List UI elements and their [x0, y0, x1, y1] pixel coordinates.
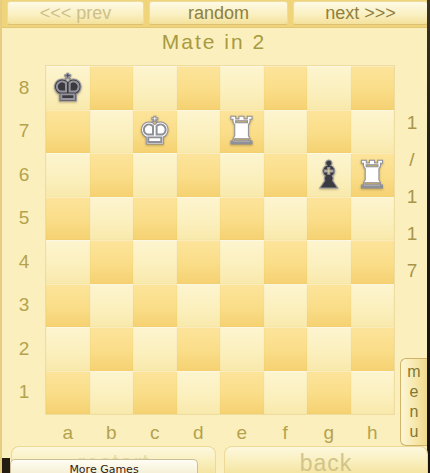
rank-label-1: 1: [2, 371, 46, 415]
square-d6[interactable]: [177, 153, 221, 197]
rank-labels: 87654321: [2, 66, 46, 414]
square-c3[interactable]: [133, 284, 177, 328]
square-e2[interactable]: [220, 327, 264, 371]
white-king-piece[interactable]: ♚: [138, 112, 172, 150]
top-nav-bar: <<< prev random next >>>: [2, 0, 428, 28]
prev-button[interactable]: <<< prev: [7, 1, 144, 25]
back-button[interactable]: back: [224, 446, 428, 473]
square-h3[interactable]: [351, 284, 395, 328]
puzzle-counter-char-1: /: [395, 141, 429, 178]
square-b1[interactable]: [90, 371, 134, 415]
square-f1[interactable]: [264, 371, 308, 415]
random-button[interactable]: random: [149, 1, 288, 25]
rank-label-5: 5: [2, 197, 46, 241]
square-d2[interactable]: [177, 327, 221, 371]
square-e7[interactable]: ♜: [220, 110, 264, 154]
square-g3[interactable]: [307, 284, 351, 328]
more-games-banner[interactable]: More Games: [10, 459, 198, 473]
black-bishop-piece[interactable]: ♝: [312, 156, 346, 194]
square-g5[interactable]: [307, 197, 351, 241]
rank-label-8: 8: [2, 66, 46, 110]
square-a7[interactable]: [46, 110, 90, 154]
file-label-a: a: [46, 414, 90, 445]
square-c4[interactable]: [133, 240, 177, 284]
square-f7[interactable]: [264, 110, 308, 154]
square-a4[interactable]: [46, 240, 90, 284]
square-d7[interactable]: [177, 110, 221, 154]
rank-label-2: 2: [2, 327, 46, 371]
chess-puzzle-app: <<< prev random next >>> Mate in 2 87654…: [0, 0, 430, 473]
square-h1[interactable]: [351, 371, 395, 415]
square-c8[interactable]: [133, 66, 177, 110]
square-a1[interactable]: [46, 371, 90, 415]
puzzle-counter-char-4: 7: [395, 252, 429, 289]
square-e3[interactable]: [220, 284, 264, 328]
square-f6[interactable]: [264, 153, 308, 197]
square-e6[interactable]: [220, 153, 264, 197]
file-label-g: g: [307, 414, 351, 445]
square-h4[interactable]: [351, 240, 395, 284]
file-labels: abcdefgh: [46, 414, 394, 445]
square-f5[interactable]: [264, 197, 308, 241]
square-b6[interactable]: [90, 153, 134, 197]
square-d8[interactable]: [177, 66, 221, 110]
square-b2[interactable]: [90, 327, 134, 371]
square-b5[interactable]: [90, 197, 134, 241]
file-label-h: h: [351, 414, 395, 445]
square-e1[interactable]: [220, 371, 264, 415]
square-g4[interactable]: [307, 240, 351, 284]
square-h2[interactable]: [351, 327, 395, 371]
menu-letter-3: u: [410, 422, 419, 442]
square-b8[interactable]: [90, 66, 134, 110]
square-d4[interactable]: [177, 240, 221, 284]
square-a5[interactable]: [46, 197, 90, 241]
rank-label-7: 7: [2, 110, 46, 154]
rank-label-3: 3: [2, 284, 46, 328]
white-rook-piece[interactable]: ♜: [355, 156, 389, 194]
file-label-e: e: [220, 414, 264, 445]
square-a2[interactable]: [46, 327, 90, 371]
menu-button[interactable]: menu: [400, 358, 427, 446]
puzzle-title: Mate in 2: [2, 30, 426, 54]
square-f3[interactable]: [264, 284, 308, 328]
menu-letter-2: n: [410, 402, 419, 422]
black-king-piece[interactable]: ♚: [51, 69, 85, 107]
square-a8[interactable]: ♚: [46, 66, 90, 110]
square-c7[interactable]: ♚: [133, 110, 177, 154]
square-d1[interactable]: [177, 371, 221, 415]
square-h6[interactable]: ♜: [351, 153, 395, 197]
square-a6[interactable]: [46, 153, 90, 197]
square-g8[interactable]: [307, 66, 351, 110]
puzzle-counter-char-2: 1: [395, 178, 429, 215]
file-label-d: d: [177, 414, 221, 445]
square-c5[interactable]: [133, 197, 177, 241]
square-g7[interactable]: [307, 110, 351, 154]
square-e5[interactable]: [220, 197, 264, 241]
square-c2[interactable]: [133, 327, 177, 371]
file-label-f: f: [264, 414, 308, 445]
square-b7[interactable]: [90, 110, 134, 154]
square-b4[interactable]: [90, 240, 134, 284]
square-g2[interactable]: [307, 327, 351, 371]
chess-board[interactable]: ♚♚♜♝♜: [46, 66, 394, 414]
square-h8[interactable]: [351, 66, 395, 110]
square-c1[interactable]: [133, 371, 177, 415]
square-f4[interactable]: [264, 240, 308, 284]
square-e4[interactable]: [220, 240, 264, 284]
puzzle-counter-char-3: 1: [395, 215, 429, 252]
next-button[interactable]: next >>>: [293, 1, 428, 25]
square-g6[interactable]: ♝: [307, 153, 351, 197]
square-d3[interactable]: [177, 284, 221, 328]
rank-label-4: 4: [2, 240, 46, 284]
rank-label-6: 6: [2, 153, 46, 197]
square-h7[interactable]: [351, 110, 395, 154]
square-h5[interactable]: [351, 197, 395, 241]
square-e8[interactable]: [220, 66, 264, 110]
square-a3[interactable]: [46, 284, 90, 328]
menu-letter-0: m: [407, 362, 420, 382]
square-g1[interactable]: [307, 371, 351, 415]
square-b3[interactable]: [90, 284, 134, 328]
window-corner: [2, 458, 10, 473]
square-d5[interactable]: [177, 197, 221, 241]
square-f8[interactable]: [264, 66, 308, 110]
puzzle-counter: 1/117: [395, 104, 429, 289]
file-label-b: b: [90, 414, 134, 445]
file-label-c: c: [133, 414, 177, 445]
puzzle-counter-char-0: 1: [395, 104, 429, 141]
white-rook-piece[interactable]: ♜: [225, 112, 259, 150]
menu-letter-1: e: [410, 382, 419, 402]
square-f2[interactable]: [264, 327, 308, 371]
square-c6[interactable]: [133, 153, 177, 197]
